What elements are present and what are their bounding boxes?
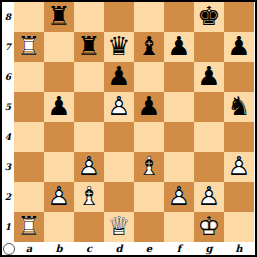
square-g4[interactable] xyxy=(194,122,224,152)
white-piece-fill: ♟ xyxy=(194,182,224,212)
white-piece-fill: ♟ xyxy=(104,92,134,122)
board-frame: 87654321 ♜♚♜♖♜♛♝♟♟♟♟♟♟♙♟♞♟♙♝♗♟♙♟♙♝♗♟♙♟♙♜… xyxy=(0,0,257,257)
white-piece-fill: ♟ xyxy=(44,182,74,212)
white-to-move-indicator-icon xyxy=(3,243,15,255)
white-piece-fill: ♟ xyxy=(164,182,194,212)
square-f2[interactable]: ♟♙ xyxy=(164,182,194,212)
white-piece-fill: ♜ xyxy=(14,212,44,242)
piece-black-p-e5: ♟ xyxy=(134,92,164,122)
square-f3[interactable] xyxy=(164,152,194,182)
file-label-a: a xyxy=(14,242,44,255)
square-e8[interactable] xyxy=(134,2,164,32)
square-g6[interactable]: ♟ xyxy=(194,62,224,92)
file-label-b: b xyxy=(44,242,74,255)
white-piece-fill: ♛ xyxy=(104,212,134,242)
piece-white-K-g1: ♔ xyxy=(194,212,224,242)
square-c8[interactable] xyxy=(74,2,104,32)
rank-label-4: 4 xyxy=(2,122,14,152)
piece-white-R-a1: ♖ xyxy=(14,212,44,242)
square-e4[interactable] xyxy=(134,122,164,152)
square-c2[interactable]: ♝♗ xyxy=(74,182,104,212)
rank-label-2: 2 xyxy=(2,182,14,212)
square-c4[interactable] xyxy=(74,122,104,152)
square-a8[interactable] xyxy=(14,2,44,32)
piece-white-P-f2: ♙ xyxy=(164,182,194,212)
square-b6[interactable] xyxy=(44,62,74,92)
square-f5[interactable] xyxy=(164,92,194,122)
square-g7[interactable] xyxy=(194,32,224,62)
file-labels: abcdefgh xyxy=(14,242,254,255)
piece-black-n-h5: ♞ xyxy=(224,92,254,122)
white-piece-fill: ♜ xyxy=(14,32,44,62)
square-a5[interactable] xyxy=(14,92,44,122)
square-c3[interactable]: ♟♙ xyxy=(74,152,104,182)
piece-black-p-b5: ♟ xyxy=(44,92,74,122)
white-piece-fill: ♚ xyxy=(194,212,224,242)
square-f6[interactable] xyxy=(164,62,194,92)
square-c7[interactable]: ♜ xyxy=(74,32,104,62)
square-b7[interactable] xyxy=(44,32,74,62)
square-c6[interactable] xyxy=(74,62,104,92)
square-g3[interactable] xyxy=(194,152,224,182)
square-b5[interactable]: ♟ xyxy=(44,92,74,122)
rank-label-1: 1 xyxy=(2,212,14,242)
square-h7[interactable]: ♟ xyxy=(224,32,254,62)
rank-labels: 87654321 xyxy=(2,2,14,242)
white-piece-fill: ♝ xyxy=(134,152,164,182)
square-c5[interactable] xyxy=(74,92,104,122)
square-b3[interactable] xyxy=(44,152,74,182)
square-d6[interactable]: ♟ xyxy=(104,62,134,92)
square-f8[interactable] xyxy=(164,2,194,32)
piece-black-p-f7: ♟ xyxy=(164,32,194,62)
rank-label-7: 7 xyxy=(2,32,14,62)
square-f7[interactable]: ♟ xyxy=(164,32,194,62)
square-f1[interactable] xyxy=(164,212,194,242)
square-b1[interactable] xyxy=(44,212,74,242)
piece-white-B-c2: ♗ xyxy=(74,182,104,212)
piece-black-p-h7: ♟ xyxy=(224,32,254,62)
square-h2[interactable] xyxy=(224,182,254,212)
square-e7[interactable]: ♝ xyxy=(134,32,164,62)
square-a4[interactable] xyxy=(14,122,44,152)
piece-black-b-e7: ♝ xyxy=(134,32,164,62)
square-a1[interactable]: ♜♖ xyxy=(14,212,44,242)
square-e2[interactable] xyxy=(134,182,164,212)
square-g1[interactable]: ♚♔ xyxy=(194,212,224,242)
file-label-d: d xyxy=(104,242,134,255)
square-d2[interactable] xyxy=(104,182,134,212)
square-d7[interactable]: ♛ xyxy=(104,32,134,62)
square-e1[interactable] xyxy=(134,212,164,242)
square-g5[interactable] xyxy=(194,92,224,122)
square-a3[interactable] xyxy=(14,152,44,182)
square-g2[interactable]: ♟♙ xyxy=(194,182,224,212)
rank-label-5: 5 xyxy=(2,92,14,122)
white-piece-fill: ♟ xyxy=(224,152,254,182)
file-label-g: g xyxy=(194,242,224,255)
piece-black-p-g6: ♟ xyxy=(194,62,224,92)
rank-label-6: 6 xyxy=(2,62,14,92)
square-a7[interactable]: ♜♖ xyxy=(14,32,44,62)
square-a6[interactable] xyxy=(14,62,44,92)
square-h6[interactable] xyxy=(224,62,254,92)
square-h1[interactable] xyxy=(224,212,254,242)
square-d3[interactable] xyxy=(104,152,134,182)
white-piece-fill: ♝ xyxy=(74,182,104,212)
piece-white-P-g2: ♙ xyxy=(194,182,224,212)
file-label-f: f xyxy=(164,242,194,255)
piece-black-r-c7: ♜ xyxy=(74,32,104,62)
square-g8[interactable]: ♚ xyxy=(194,2,224,32)
rank-label-3: 3 xyxy=(2,152,14,182)
square-e5[interactable]: ♟ xyxy=(134,92,164,122)
square-c1[interactable] xyxy=(74,212,104,242)
square-d8[interactable] xyxy=(104,2,134,32)
square-e3[interactable]: ♝♗ xyxy=(134,152,164,182)
piece-white-P-c3: ♙ xyxy=(74,152,104,182)
square-h8[interactable] xyxy=(224,2,254,32)
square-b8[interactable]: ♜ xyxy=(44,2,74,32)
file-label-c: c xyxy=(74,242,104,255)
piece-white-P-h3: ♙ xyxy=(224,152,254,182)
piece-white-P-b2: ♙ xyxy=(44,182,74,212)
file-label-e: e xyxy=(134,242,164,255)
square-b4[interactable] xyxy=(44,122,74,152)
square-d4[interactable] xyxy=(104,122,134,152)
square-d1[interactable]: ♛♕ xyxy=(104,212,134,242)
square-a2[interactable] xyxy=(14,182,44,212)
rank-label-8: 8 xyxy=(2,2,14,32)
chess-board: ♜♚♜♖♜♛♝♟♟♟♟♟♟♙♟♞♟♙♝♗♟♙♟♙♝♗♟♙♟♙♜♖♛♕♚♔ xyxy=(14,2,254,242)
square-h3[interactable]: ♟♙ xyxy=(224,152,254,182)
white-piece-fill: ♟ xyxy=(74,152,104,182)
piece-white-Q-d1: ♕ xyxy=(104,212,134,242)
square-d5[interactable]: ♟♙ xyxy=(104,92,134,122)
piece-white-R-a7: ♖ xyxy=(14,32,44,62)
square-b2[interactable]: ♟♙ xyxy=(44,182,74,212)
square-h5[interactable]: ♞ xyxy=(224,92,254,122)
square-f4[interactable] xyxy=(164,122,194,152)
piece-white-P-d5: ♙ xyxy=(104,92,134,122)
square-h4[interactable] xyxy=(224,122,254,152)
piece-black-q-d7: ♛ xyxy=(104,32,134,62)
piece-black-r-b8: ♜ xyxy=(44,2,74,32)
piece-black-p-d6: ♟ xyxy=(104,62,134,92)
square-e6[interactable] xyxy=(134,62,164,92)
piece-white-B-e3: ♗ xyxy=(134,152,164,182)
piece-black-k-g8: ♚ xyxy=(194,2,224,32)
file-label-h: h xyxy=(224,242,254,255)
